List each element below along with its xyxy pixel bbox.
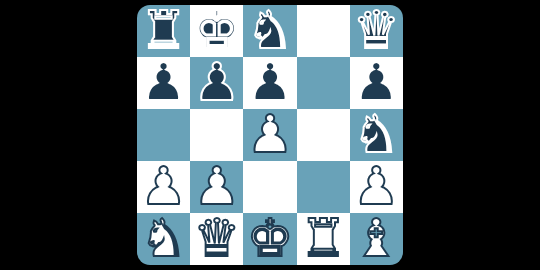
square-c2[interactable]: [243, 161, 296, 213]
square-e1[interactable]: ♝: [350, 213, 403, 265]
white-king[interactable]: ♚: [247, 212, 294, 264]
square-a1[interactable]: ♞: [137, 213, 190, 265]
white-rook[interactable]: ♜: [300, 212, 347, 264]
black-pawn[interactable]: ♟: [247, 56, 294, 108]
square-c1[interactable]: ♚: [243, 213, 296, 265]
square-b3[interactable]: [190, 109, 243, 161]
square-b4[interactable]: ♟: [190, 57, 243, 109]
square-a5[interactable]: ♜: [137, 5, 190, 57]
square-c5[interactable]: ♞: [243, 5, 296, 57]
square-a4[interactable]: ♟: [137, 57, 190, 109]
white-pawn[interactable]: ♟: [140, 160, 187, 212]
black-pawn[interactable]: ♟: [353, 56, 400, 108]
black-knight[interactable]: ♞: [247, 5, 294, 56]
chess-board: ♜♚♞♛♟♟♟♟♟♞♟♟♟♞♛♚♜♝: [137, 5, 403, 265]
square-e5[interactable]: ♛: [350, 5, 403, 57]
black-king[interactable]: ♚: [193, 5, 240, 56]
black-knight[interactable]: ♞: [353, 108, 400, 160]
square-d5[interactable]: [297, 5, 350, 57]
square-c4[interactable]: ♟: [243, 57, 296, 109]
square-b5[interactable]: ♚: [190, 5, 243, 57]
white-pawn[interactable]: ♟: [193, 160, 240, 212]
square-e4[interactable]: ♟: [350, 57, 403, 109]
white-queen[interactable]: ♛: [193, 212, 240, 264]
black-queen[interactable]: ♛: [353, 5, 400, 56]
black-rook[interactable]: ♜: [140, 5, 187, 56]
white-pawn[interactable]: ♟: [247, 108, 294, 160]
square-d1[interactable]: ♜: [297, 213, 350, 265]
square-d2[interactable]: [297, 161, 350, 213]
square-a2[interactable]: ♟: [137, 161, 190, 213]
white-pawn[interactable]: ♟: [353, 160, 400, 212]
square-b1[interactable]: ♛: [190, 213, 243, 265]
square-e2[interactable]: ♟: [350, 161, 403, 213]
square-b2[interactable]: ♟: [190, 161, 243, 213]
square-d3[interactable]: [297, 109, 350, 161]
square-d4[interactable]: [297, 57, 350, 109]
white-bishop[interactable]: ♝: [353, 212, 400, 264]
black-pawn[interactable]: ♟: [140, 56, 187, 108]
square-a3[interactable]: [137, 109, 190, 161]
square-e3[interactable]: ♞: [350, 109, 403, 161]
square-c3[interactable]: ♟: [243, 109, 296, 161]
black-pawn[interactable]: ♟: [193, 56, 240, 108]
white-knight[interactable]: ♞: [140, 212, 187, 264]
